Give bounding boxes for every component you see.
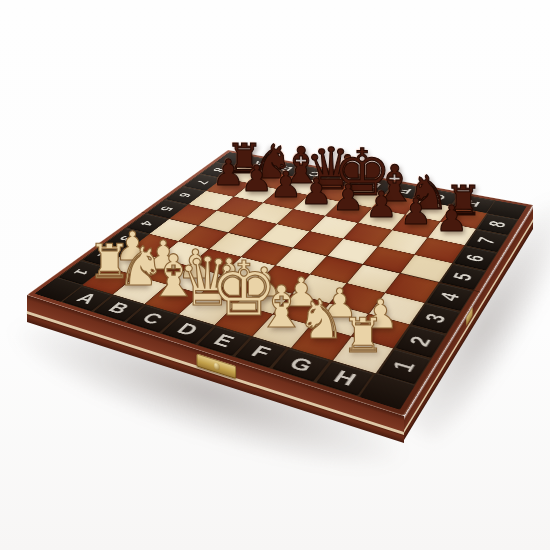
chess-board: ABCDEFGH ABCDEFGH 87654321 87654321 xyxy=(27,150,533,416)
product-photo-scene: ABCDEFGH ABCDEFGH 87654321 87654321 ♜♞♝♛… xyxy=(0,0,550,550)
